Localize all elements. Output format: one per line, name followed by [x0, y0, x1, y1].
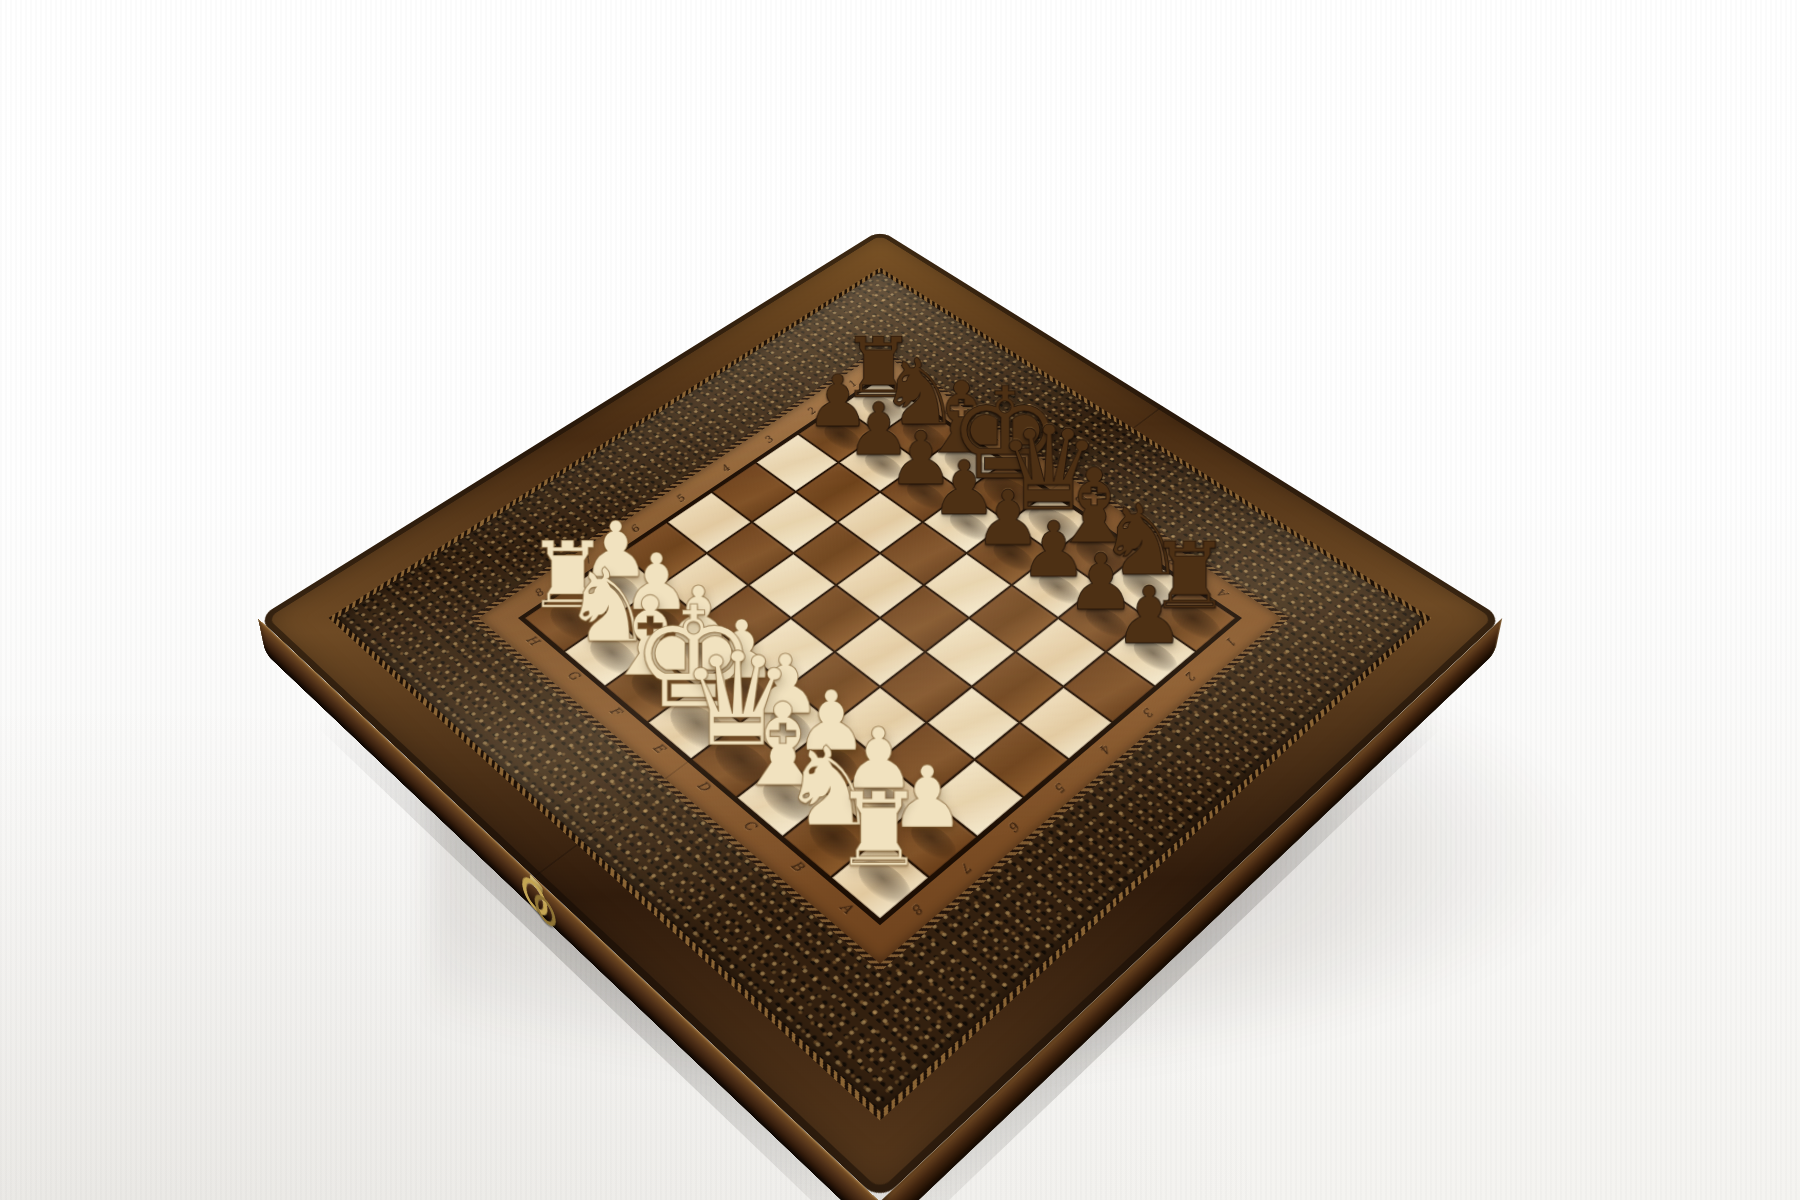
rank-label: 5 — [1046, 776, 1073, 798]
piece-glyph: ♜ — [789, 784, 967, 878]
chess-board: HH11GG22FF33EE44DD55CC66BB77AA88 ♜♞♝♛♚♝♞… — [258, 230, 1503, 1200]
product-photo-scene: HH11GG22FF33EE44DD55CC66BB77AA88 ♜♞♝♛♚♝♞… — [0, 0, 1800, 1200]
piece-glyph: ♟ — [1068, 580, 1230, 653]
stage: HH11GG22FF33EE44DD55CC66BB77AA88 ♜♞♝♛♚♝♞… — [0, 0, 1800, 1200]
file-label: A — [832, 896, 861, 920]
